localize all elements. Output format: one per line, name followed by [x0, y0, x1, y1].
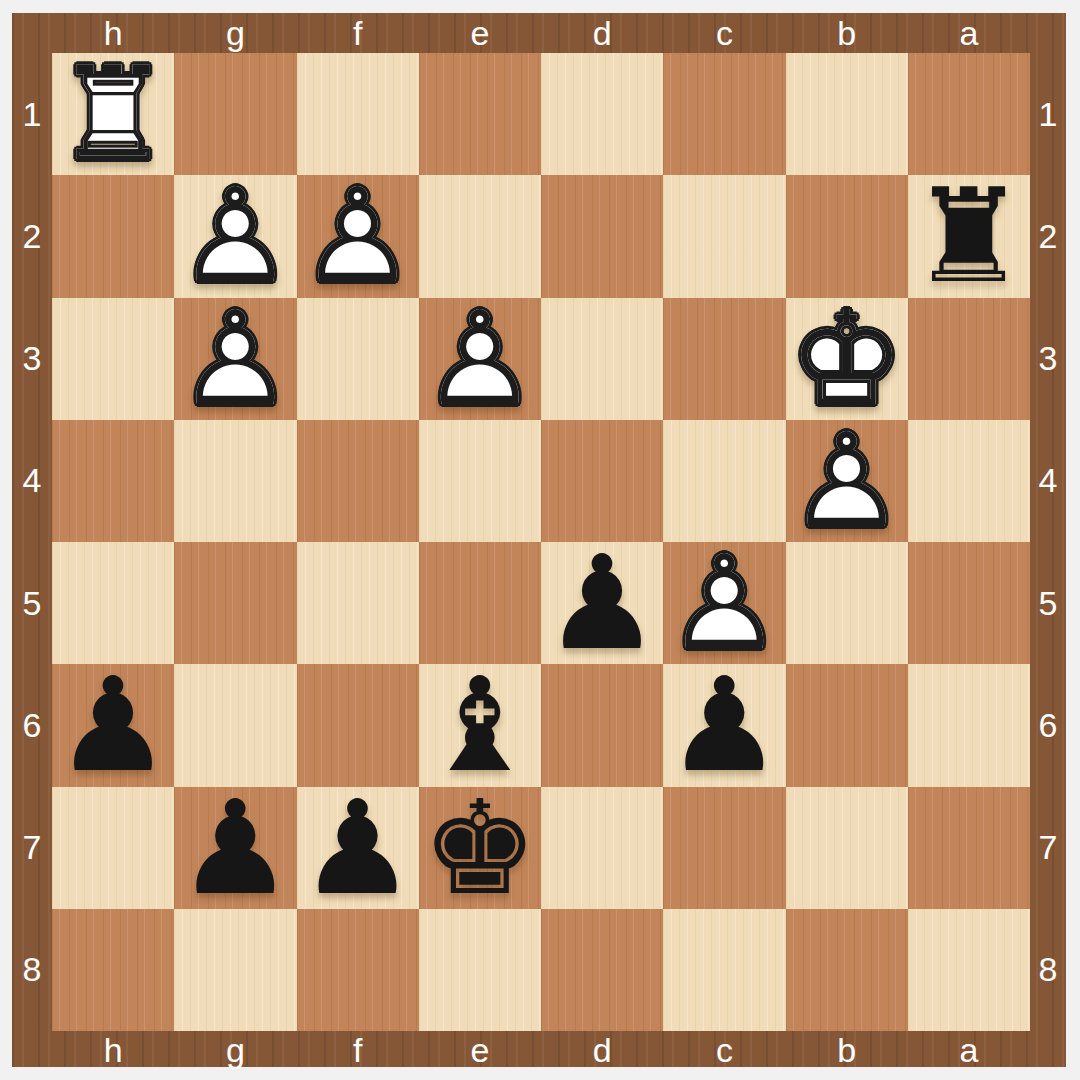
square-c8[interactable]	[663, 909, 785, 1031]
square-f5[interactable]	[297, 542, 419, 664]
square-e2[interactable]	[419, 175, 541, 297]
piece-white-pawn[interactable]: ♟♙	[297, 175, 419, 297]
square-g1[interactable]	[174, 53, 296, 175]
rank-labels-left: 12345678	[12, 53, 52, 1031]
square-a3[interactable]	[908, 298, 1030, 420]
square-c5[interactable]: ♟♙	[663, 542, 785, 664]
file-label-b: b	[786, 13, 908, 53]
piece-black-pawn[interactable]: ♟	[663, 664, 785, 786]
square-a2[interactable]: ♜	[908, 175, 1030, 297]
square-f3[interactable]	[297, 298, 419, 420]
square-g8[interactable]	[174, 909, 296, 1031]
square-b6[interactable]	[786, 664, 908, 786]
piece-white-pawn[interactable]: ♟♙	[419, 298, 541, 420]
square-f8[interactable]	[297, 909, 419, 1031]
white-pawn-outline: ♙	[174, 298, 296, 420]
file-label-f: f	[297, 1031, 419, 1070]
piece-black-bishop[interactable]: ♝	[419, 664, 541, 786]
square-a6[interactable]	[908, 664, 1030, 786]
rank-label-6: 6	[1030, 664, 1066, 786]
square-h6[interactable]: ♟	[52, 664, 174, 786]
square-c2[interactable]	[663, 175, 785, 297]
square-h7[interactable]	[52, 787, 174, 909]
square-h2[interactable]	[52, 175, 174, 297]
white-pawn-outline: ♙	[419, 298, 541, 420]
square-b2[interactable]	[786, 175, 908, 297]
file-label-g: g	[174, 1031, 296, 1070]
square-e8[interactable]	[419, 909, 541, 1031]
square-e3[interactable]: ♟♙	[419, 298, 541, 420]
rank-label-3: 3	[1030, 298, 1066, 420]
square-d4[interactable]	[541, 420, 663, 542]
white-pawn-outline: ♙	[786, 420, 908, 542]
piece-black-pawn[interactable]: ♟	[297, 787, 419, 909]
file-label-e: e	[419, 1031, 541, 1070]
square-h5[interactable]	[52, 542, 174, 664]
file-label-e: e	[419, 13, 541, 53]
square-d7[interactable]	[541, 787, 663, 909]
file-labels-bottom: hgfedcba	[52, 1031, 1030, 1067]
file-label-h: h	[52, 1031, 174, 1070]
file-label-f: f	[297, 13, 419, 53]
square-d3[interactable]	[541, 298, 663, 420]
black-bishop-glyph: ♝	[419, 664, 541, 786]
file-label-a: a	[908, 1031, 1030, 1070]
square-h8[interactable]	[52, 909, 174, 1031]
piece-black-pawn[interactable]: ♟	[174, 787, 296, 909]
piece-black-pawn[interactable]: ♟	[541, 542, 663, 664]
square-g5[interactable]	[174, 542, 296, 664]
square-e4[interactable]	[419, 420, 541, 542]
square-b7[interactable]	[786, 787, 908, 909]
square-g4[interactable]	[174, 420, 296, 542]
piece-black-pawn[interactable]: ♟	[52, 664, 174, 786]
file-label-g: g	[174, 13, 296, 53]
square-e7[interactable]: ♚	[419, 787, 541, 909]
rank-label-8: 8	[12, 909, 52, 1031]
square-b8[interactable]	[786, 909, 908, 1031]
white-king-outline: ♔	[786, 298, 908, 420]
black-pawn-glyph: ♟	[52, 664, 174, 786]
piece-black-rook[interactable]: ♜	[908, 175, 1030, 297]
piece-white-pawn[interactable]: ♟♙	[663, 542, 785, 664]
square-a7[interactable]	[908, 787, 1030, 909]
file-label-a: a	[908, 13, 1030, 53]
square-c6[interactable]: ♟	[663, 664, 785, 786]
square-d1[interactable]	[541, 53, 663, 175]
square-e5[interactable]	[419, 542, 541, 664]
square-f2[interactable]: ♟♙	[297, 175, 419, 297]
black-pawn-glyph: ♟	[663, 664, 785, 786]
file-label-d: d	[541, 1031, 663, 1070]
square-f4[interactable]	[297, 420, 419, 542]
rank-label-3: 3	[12, 298, 52, 420]
rank-label-2: 2	[12, 175, 52, 297]
piece-black-king[interactable]: ♚	[419, 787, 541, 909]
black-pawn-glyph: ♟	[297, 787, 419, 909]
square-h4[interactable]	[52, 420, 174, 542]
rank-label-1: 1	[1030, 53, 1066, 175]
rank-label-7: 7	[12, 787, 52, 909]
rank-label-4: 4	[12, 420, 52, 542]
square-d2[interactable]	[541, 175, 663, 297]
rank-label-5: 5	[1030, 542, 1066, 664]
piece-white-pawn[interactable]: ♟♙	[786, 420, 908, 542]
square-g3[interactable]: ♟♙	[174, 298, 296, 420]
square-g2[interactable]: ♟♙	[174, 175, 296, 297]
square-e1[interactable]	[419, 53, 541, 175]
square-a5[interactable]	[908, 542, 1030, 664]
file-label-c: c	[663, 13, 785, 53]
file-label-b: b	[786, 1031, 908, 1070]
piece-white-king[interactable]: ♚♔	[786, 298, 908, 420]
square-a4[interactable]	[908, 420, 1030, 542]
black-king-glyph: ♚	[419, 787, 541, 909]
piece-white-pawn[interactable]: ♟♙	[174, 298, 296, 420]
rank-label-4: 4	[1030, 420, 1066, 542]
square-c7[interactable]	[663, 787, 785, 909]
square-h3[interactable]	[52, 298, 174, 420]
white-pawn-outline: ♙	[297, 175, 419, 297]
rank-label-5: 5	[12, 542, 52, 664]
square-g7[interactable]: ♟	[174, 787, 296, 909]
square-d8[interactable]	[541, 909, 663, 1031]
square-b3[interactable]: ♚♔	[786, 298, 908, 420]
square-f7[interactable]: ♟	[297, 787, 419, 909]
white-pawn-outline: ♙	[174, 175, 296, 297]
square-c4[interactable]	[663, 420, 785, 542]
square-d5[interactable]: ♟	[541, 542, 663, 664]
chess-board: ♜♖♟♙♟♙♜♟♙♟♙♚♔♟♙♟♟♙♟♝♟♟♟♚	[52, 53, 1030, 1031]
white-rook-outline: ♖	[52, 53, 174, 175]
square-b1[interactable]	[786, 53, 908, 175]
square-g6[interactable]	[174, 664, 296, 786]
square-b5[interactable]	[786, 542, 908, 664]
square-b4[interactable]: ♟♙	[786, 420, 908, 542]
rank-labels-right: 12345678	[1030, 53, 1066, 1031]
square-f1[interactable]	[297, 53, 419, 175]
square-h1[interactable]: ♜♖	[52, 53, 174, 175]
black-pawn-glyph: ♟	[541, 542, 663, 664]
file-labels-top: hgfedcba	[52, 13, 1030, 53]
square-a8[interactable]	[908, 909, 1030, 1031]
white-pawn-outline: ♙	[663, 542, 785, 664]
square-a1[interactable]	[908, 53, 1030, 175]
rank-label-6: 6	[12, 664, 52, 786]
rank-label-7: 7	[1030, 787, 1066, 909]
square-c3[interactable]	[663, 298, 785, 420]
rank-label-8: 8	[1030, 909, 1066, 1031]
chess-board-frame: hgfedcba hgfedcba 12345678 12345678 ♜♖♟♙…	[12, 13, 1066, 1067]
square-d6[interactable]	[541, 664, 663, 786]
file-label-d: d	[541, 13, 663, 53]
square-c1[interactable]	[663, 53, 785, 175]
file-label-c: c	[663, 1031, 785, 1070]
rank-label-1: 1	[12, 53, 52, 175]
square-f6[interactable]	[297, 664, 419, 786]
square-e6[interactable]: ♝	[419, 664, 541, 786]
piece-white-rook[interactable]: ♜♖	[52, 53, 174, 175]
piece-white-pawn[interactable]: ♟♙	[174, 175, 296, 297]
black-rook-glyph: ♜	[908, 175, 1030, 297]
black-pawn-glyph: ♟	[174, 787, 296, 909]
rank-label-2: 2	[1030, 175, 1066, 297]
